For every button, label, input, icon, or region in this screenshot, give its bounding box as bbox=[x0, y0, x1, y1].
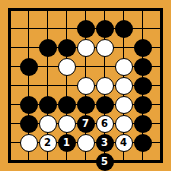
board-cell[interactable] bbox=[57, 76, 76, 95]
board-cell[interactable] bbox=[19, 57, 38, 76]
move-number-label: 5 bbox=[101, 157, 108, 167]
black-stone: 7 bbox=[77, 115, 95, 133]
board-cell[interactable]: 6 bbox=[95, 114, 114, 133]
board-cell[interactable] bbox=[57, 95, 76, 114]
move-number-label: 6 bbox=[101, 119, 108, 129]
board-cell[interactable] bbox=[114, 114, 133, 133]
board-cell[interactable] bbox=[57, 57, 76, 76]
board-cell[interactable] bbox=[133, 57, 152, 76]
board-cell[interactable] bbox=[133, 38, 152, 57]
board-cell[interactable] bbox=[38, 114, 57, 133]
white-stone bbox=[58, 115, 76, 133]
board-cell[interactable] bbox=[76, 95, 95, 114]
board-cell[interactable] bbox=[0, 57, 19, 76]
board-cell[interactable] bbox=[38, 95, 57, 114]
board-cell[interactable] bbox=[19, 19, 38, 38]
board-cell[interactable] bbox=[19, 133, 38, 152]
black-stone: 3 bbox=[96, 134, 114, 152]
white-stone bbox=[20, 134, 38, 152]
go-board: 7621345 bbox=[0, 0, 171, 171]
board-cell[interactable] bbox=[133, 19, 152, 38]
board-cell[interactable]: 4 bbox=[114, 133, 133, 152]
board-cell[interactable] bbox=[57, 114, 76, 133]
board-cell[interactable] bbox=[133, 152, 152, 171]
board-cell[interactable] bbox=[114, 57, 133, 76]
board-cell[interactable] bbox=[95, 57, 114, 76]
black-stone bbox=[134, 115, 152, 133]
go-grid: 7621345 bbox=[0, 0, 171, 171]
board-cell[interactable] bbox=[38, 38, 57, 57]
board-cell[interactable] bbox=[95, 76, 114, 95]
black-stone: 1 bbox=[58, 134, 76, 152]
board-cell[interactable]: 2 bbox=[38, 133, 57, 152]
board-cell[interactable]: 7 bbox=[76, 114, 95, 133]
black-stone bbox=[20, 96, 38, 114]
board-cell[interactable] bbox=[133, 133, 152, 152]
board-cell[interactable] bbox=[19, 152, 38, 171]
board-cell[interactable] bbox=[38, 76, 57, 95]
board-cell[interactable] bbox=[0, 0, 19, 19]
black-stone bbox=[20, 58, 38, 76]
board-cell[interactable] bbox=[152, 114, 171, 133]
black-stone bbox=[96, 96, 114, 114]
board-cell[interactable] bbox=[133, 95, 152, 114]
board-cell[interactable] bbox=[76, 19, 95, 38]
white-stone bbox=[115, 77, 133, 95]
board-cell[interactable] bbox=[133, 114, 152, 133]
board-cell[interactable] bbox=[19, 38, 38, 57]
board-cell[interactable] bbox=[38, 0, 57, 19]
board-cell[interactable] bbox=[133, 76, 152, 95]
move-number-label: 1 bbox=[63, 138, 70, 148]
board-cell[interactable] bbox=[114, 76, 133, 95]
white-stone bbox=[115, 115, 133, 133]
black-stone bbox=[134, 77, 152, 95]
white-stone bbox=[96, 77, 114, 95]
board-cell[interactable] bbox=[95, 38, 114, 57]
board-cell[interactable] bbox=[152, 76, 171, 95]
board-cell[interactable] bbox=[76, 38, 95, 57]
board-cell[interactable]: 3 bbox=[95, 133, 114, 152]
board-cell[interactable] bbox=[38, 152, 57, 171]
black-stone bbox=[77, 20, 95, 38]
board-cell[interactable] bbox=[152, 152, 171, 171]
black-stone bbox=[115, 20, 133, 38]
move-number-label: 7 bbox=[82, 119, 89, 129]
board-cell[interactable] bbox=[133, 0, 152, 19]
board-cell[interactable] bbox=[95, 19, 114, 38]
board-cell[interactable] bbox=[114, 152, 133, 171]
white-stone bbox=[115, 58, 133, 76]
white-stone bbox=[39, 115, 57, 133]
white-stone bbox=[96, 39, 114, 57]
board-cell[interactable] bbox=[0, 38, 19, 57]
board-cell[interactable] bbox=[76, 76, 95, 95]
black-stone bbox=[58, 96, 76, 114]
board-cell[interactable] bbox=[152, 0, 171, 19]
board-cell[interactable] bbox=[38, 57, 57, 76]
board-cell[interactable] bbox=[76, 133, 95, 152]
board-cell[interactable] bbox=[0, 95, 19, 114]
board-cell[interactable] bbox=[95, 0, 114, 19]
white-stone: 4 bbox=[115, 134, 133, 152]
board-cell[interactable] bbox=[19, 76, 38, 95]
board-cell[interactable] bbox=[0, 152, 19, 171]
board-cell[interactable] bbox=[0, 114, 19, 133]
board-cell[interactable] bbox=[76, 152, 95, 171]
move-number-label: 3 bbox=[101, 138, 108, 148]
white-stone bbox=[115, 96, 133, 114]
board-cell[interactable] bbox=[19, 95, 38, 114]
black-stone bbox=[39, 96, 57, 114]
black-stone bbox=[134, 39, 152, 57]
board-cell[interactable] bbox=[114, 19, 133, 38]
white-stone bbox=[58, 58, 76, 76]
board-cell[interactable] bbox=[19, 114, 38, 133]
white-stone bbox=[77, 134, 95, 152]
move-number-label: 2 bbox=[44, 138, 51, 148]
board-cell[interactable] bbox=[76, 0, 95, 19]
board-cell[interactable] bbox=[0, 76, 19, 95]
black-stone bbox=[134, 96, 152, 114]
board-cell[interactable] bbox=[19, 0, 38, 19]
black-stone bbox=[134, 58, 152, 76]
black-stone bbox=[96, 20, 114, 38]
board-cell[interactable]: 1 bbox=[57, 133, 76, 152]
board-cell[interactable] bbox=[76, 57, 95, 76]
board-cell[interactable] bbox=[114, 95, 133, 114]
board-cell[interactable] bbox=[95, 95, 114, 114]
black-stone bbox=[58, 39, 76, 57]
black-stone bbox=[134, 134, 152, 152]
board-cell[interactable] bbox=[114, 0, 133, 19]
board-cell[interactable] bbox=[152, 19, 171, 38]
black-stone: 5 bbox=[96, 153, 114, 171]
white-stone: 2 bbox=[39, 134, 57, 152]
board-cell[interactable] bbox=[38, 19, 57, 38]
white-stone bbox=[77, 77, 95, 95]
black-stone bbox=[77, 96, 95, 114]
board-cell[interactable] bbox=[0, 19, 19, 38]
move-number-label: 4 bbox=[120, 138, 127, 148]
board-cell[interactable] bbox=[152, 38, 171, 57]
white-stone: 6 bbox=[96, 115, 114, 133]
board-cell[interactable] bbox=[152, 95, 171, 114]
board-cell[interactable] bbox=[152, 57, 171, 76]
board-cell[interactable] bbox=[152, 133, 171, 152]
board-cell[interactable] bbox=[0, 133, 19, 152]
white-stone bbox=[77, 39, 95, 57]
board-cell[interactable] bbox=[57, 38, 76, 57]
board-cell[interactable]: 5 bbox=[95, 152, 114, 171]
black-stone bbox=[39, 39, 57, 57]
black-stone bbox=[20, 115, 38, 133]
board-cell[interactable] bbox=[57, 152, 76, 171]
board-cell[interactable] bbox=[57, 19, 76, 38]
board-cell[interactable] bbox=[114, 38, 133, 57]
board-cell[interactable] bbox=[57, 0, 76, 19]
